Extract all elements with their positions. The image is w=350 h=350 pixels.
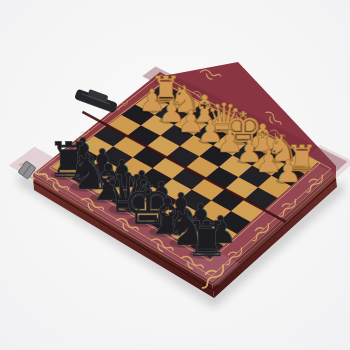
piece-black-rook-h8[interactable]: ♜ bbox=[185, 211, 229, 267]
product-photo: ♜♞♟♝♟♛♟♚♟♝♟♞♟♟♜♟♜♟♟♞♟♝♟♟♛♟♚♟♝♟♞♜ bbox=[0, 0, 350, 350]
chess-set-photo: ♜♞♟♝♟♛♟♚♟♝♟♞♟♟♜♟♜♟♟♞♟♝♟♟♛♟♚♟♝♟♞♜ bbox=[0, 0, 350, 350]
piece-white-pawn-h2[interactable]: ♟ bbox=[274, 154, 301, 189]
